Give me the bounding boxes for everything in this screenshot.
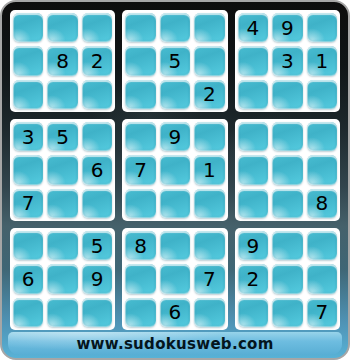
cell-r7-c8[interactable] xyxy=(272,231,302,260)
sudoku-box: 971 xyxy=(122,119,227,221)
cell-r3-c5[interactable] xyxy=(160,80,190,109)
cell-r5-c5[interactable] xyxy=(160,155,190,184)
sudoku-board: 82 52 4931 3567 971 8 569 876 927 www.su… xyxy=(0,0,350,360)
cell-r1-c2[interactable] xyxy=(47,13,77,42)
cell-r8-c1[interactable]: 6 xyxy=(13,264,43,293)
cell-r5-c9[interactable] xyxy=(307,155,337,184)
cell-r2-c9[interactable]: 1 xyxy=(307,46,337,75)
cell-r2-c4[interactable] xyxy=(125,46,155,75)
cell-r7-c2[interactable] xyxy=(47,231,77,260)
cell-r3-c1[interactable] xyxy=(13,80,43,109)
cell-r5-c1[interactable] xyxy=(13,155,43,184)
website-link[interactable]: www.sudokusweb.com xyxy=(8,332,342,355)
cell-r7-c7[interactable]: 9 xyxy=(238,231,268,260)
cell-r8-c6[interactable]: 7 xyxy=(194,264,224,293)
cell-r7-c6[interactable] xyxy=(194,231,224,260)
cell-r9-c7[interactable] xyxy=(238,298,268,327)
cell-r8-c4[interactable] xyxy=(125,264,155,293)
cell-r4-c8[interactable] xyxy=(272,122,302,151)
cell-r9-c3[interactable] xyxy=(82,298,112,327)
sudoku-box: 569 xyxy=(10,228,115,330)
cell-r6-c5[interactable] xyxy=(160,189,190,218)
sudoku-box: 82 xyxy=(10,10,115,112)
sudoku-box: 8 xyxy=(235,119,340,221)
cell-r4-c2[interactable]: 5 xyxy=(47,122,77,151)
cell-r6-c4[interactable] xyxy=(125,189,155,218)
cell-r3-c6[interactable]: 2 xyxy=(194,80,224,109)
cell-r4-c5[interactable]: 9 xyxy=(160,122,190,151)
cell-r2-c1[interactable] xyxy=(13,46,43,75)
cell-r9-c5[interactable]: 6 xyxy=(160,298,190,327)
cell-r7-c9[interactable] xyxy=(307,231,337,260)
cell-r3-c8[interactable] xyxy=(272,80,302,109)
sudoku-box: 876 xyxy=(122,228,227,330)
cell-r1-c5[interactable] xyxy=(160,13,190,42)
cell-r9-c9[interactable]: 7 xyxy=(307,298,337,327)
cell-r3-c9[interactable] xyxy=(307,80,337,109)
cell-r7-c5[interactable] xyxy=(160,231,190,260)
cell-r2-c2[interactable]: 8 xyxy=(47,46,77,75)
cell-r3-c3[interactable] xyxy=(82,80,112,109)
cell-r6-c9[interactable]: 8 xyxy=(307,189,337,218)
cell-r1-c6[interactable] xyxy=(194,13,224,42)
cell-r2-c6[interactable] xyxy=(194,46,224,75)
cell-r6-c7[interactable] xyxy=(238,189,268,218)
cell-r1-c7[interactable]: 4 xyxy=(238,13,268,42)
cell-r7-c3[interactable]: 5 xyxy=(82,231,112,260)
cell-r6-c2[interactable] xyxy=(47,189,77,218)
cell-r6-c3[interactable] xyxy=(82,189,112,218)
cell-r8-c8[interactable] xyxy=(272,264,302,293)
cell-r4-c3[interactable] xyxy=(82,122,112,151)
cell-r5-c2[interactable] xyxy=(47,155,77,184)
cell-r3-c7[interactable] xyxy=(238,80,268,109)
cell-r8-c7[interactable]: 2 xyxy=(238,264,268,293)
cell-r4-c1[interactable]: 3 xyxy=(13,122,43,151)
cell-r4-c7[interactable] xyxy=(238,122,268,151)
cell-r2-c8[interactable]: 3 xyxy=(272,46,302,75)
cell-r5-c3[interactable]: 6 xyxy=(82,155,112,184)
cell-r4-c4[interactable] xyxy=(125,122,155,151)
cell-r2-c5[interactable]: 5 xyxy=(160,46,190,75)
cell-r1-c4[interactable] xyxy=(125,13,155,42)
sudoku-box: 3567 xyxy=(10,119,115,221)
cell-r2-c7[interactable] xyxy=(238,46,268,75)
cell-r2-c3[interactable]: 2 xyxy=(82,46,112,75)
cell-r4-c6[interactable] xyxy=(194,122,224,151)
cell-r9-c8[interactable] xyxy=(272,298,302,327)
cell-r5-c8[interactable] xyxy=(272,155,302,184)
cell-r6-c8[interactable] xyxy=(272,189,302,218)
cell-r9-c1[interactable] xyxy=(13,298,43,327)
cell-r9-c6[interactable] xyxy=(194,298,224,327)
cell-r3-c2[interactable] xyxy=(47,80,77,109)
cell-r1-c1[interactable] xyxy=(13,13,43,42)
cell-r5-c6[interactable]: 1 xyxy=(194,155,224,184)
cell-r9-c4[interactable] xyxy=(125,298,155,327)
cell-r5-c4[interactable]: 7 xyxy=(125,155,155,184)
cell-r1-c8[interactable]: 9 xyxy=(272,13,302,42)
cell-r8-c2[interactable] xyxy=(47,264,77,293)
cell-r6-c6[interactable] xyxy=(194,189,224,218)
cell-r3-c4[interactable] xyxy=(125,80,155,109)
sudoku-box: 52 xyxy=(122,10,227,112)
cell-r7-c1[interactable] xyxy=(13,231,43,260)
cell-r8-c9[interactable] xyxy=(307,264,337,293)
sudoku-box: 927 xyxy=(235,228,340,330)
cell-r6-c1[interactable]: 7 xyxy=(13,189,43,218)
cell-r9-c2[interactable] xyxy=(47,298,77,327)
cell-r1-c3[interactable] xyxy=(82,13,112,42)
cell-r5-c7[interactable] xyxy=(238,155,268,184)
sudoku-grid: 82 52 4931 3567 971 8 569 876 927 xyxy=(10,10,340,330)
sudoku-box: 4931 xyxy=(235,10,340,112)
cell-r1-c9[interactable] xyxy=(307,13,337,42)
cell-r8-c5[interactable] xyxy=(160,264,190,293)
cell-r7-c4[interactable]: 8 xyxy=(125,231,155,260)
cell-r4-c9[interactable] xyxy=(307,122,337,151)
cell-r8-c3[interactable]: 9 xyxy=(82,264,112,293)
